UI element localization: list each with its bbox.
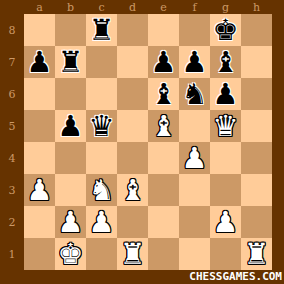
square-d2[interactable]: [117, 206, 148, 238]
white-pawn-a3: ♟: [27, 174, 53, 206]
white-pawn-c2: ♟: [89, 206, 115, 238]
rank-label-6: 6: [0, 78, 24, 110]
square-d5[interactable]: [117, 110, 148, 142]
square-a6[interactable]: [24, 78, 55, 110]
black-bishop-g7: ♝: [213, 46, 239, 78]
white-king-b1: ♚: [58, 238, 84, 270]
white-queen-g5: ♛: [213, 110, 239, 142]
square-e3[interactable]: [148, 174, 179, 206]
square-e4[interactable]: [148, 142, 179, 174]
square-e7[interactable]: ♟: [148, 46, 179, 78]
square-b7[interactable]: ♜: [55, 46, 86, 78]
white-pawn-b2: ♟: [58, 206, 84, 238]
white-knight-c3: ♞: [89, 174, 115, 206]
square-f2[interactable]: [179, 206, 210, 238]
square-f7[interactable]: ♟: [179, 46, 210, 78]
square-e5[interactable]: ♝: [148, 110, 179, 142]
file-label-a: a: [24, 0, 55, 14]
black-king-g8: ♚: [213, 14, 239, 46]
file-label-g: g: [210, 0, 241, 14]
square-f6[interactable]: ♞: [179, 78, 210, 110]
square-g8[interactable]: ♚: [210, 14, 241, 46]
square-g2[interactable]: ♟: [210, 206, 241, 238]
rank-label-3: 3: [0, 174, 24, 206]
square-c5[interactable]: ♛: [86, 110, 117, 142]
rank-label-4: 4: [0, 142, 24, 174]
file-label-f: f: [179, 0, 210, 14]
square-c6[interactable]: [86, 78, 117, 110]
file-label-h: h: [241, 0, 272, 14]
square-h2[interactable]: [241, 206, 272, 238]
square-b2[interactable]: ♟: [55, 206, 86, 238]
black-bishop-e6: ♝: [151, 78, 177, 110]
square-a7[interactable]: ♟: [24, 46, 55, 78]
square-f5[interactable]: [179, 110, 210, 142]
black-queen-c5: ♛: [89, 110, 115, 142]
chess-diagram: abcdefgh 87654321 ♜♚♟♜♟♟♝♝♞♟♟♛♝♛♟♟♞♝♟♟♟♚…: [0, 0, 284, 284]
white-rook-h1: ♜: [244, 238, 270, 270]
square-a4[interactable]: [24, 142, 55, 174]
rank-labels: 87654321: [0, 14, 24, 270]
black-knight-f6: ♞: [182, 78, 208, 110]
file-label-e: e: [148, 0, 179, 14]
square-f4[interactable]: ♟: [179, 142, 210, 174]
square-g6[interactable]: ♟: [210, 78, 241, 110]
square-h8[interactable]: [241, 14, 272, 46]
square-f8[interactable]: [179, 14, 210, 46]
white-bishop-e5: ♝: [151, 110, 177, 142]
chess-board: ♜♚♟♜♟♟♝♝♞♟♟♛♝♛♟♟♞♝♟♟♟♚♜♜: [24, 14, 272, 270]
black-pawn-f7: ♟: [182, 46, 208, 78]
square-a2[interactable]: [24, 206, 55, 238]
square-g1[interactable]: [210, 238, 241, 270]
square-d7[interactable]: [117, 46, 148, 78]
square-d3[interactable]: ♝: [117, 174, 148, 206]
black-rook-c8: ♜: [89, 14, 115, 46]
square-e2[interactable]: [148, 206, 179, 238]
square-g3[interactable]: [210, 174, 241, 206]
file-label-d: d: [117, 0, 148, 14]
white-rook-d1: ♜: [120, 238, 146, 270]
rank-label-7: 7: [0, 46, 24, 78]
square-a8[interactable]: [24, 14, 55, 46]
site-label: CHESSGAMES.COM: [189, 270, 282, 284]
square-g7[interactable]: ♝: [210, 46, 241, 78]
file-label-c: c: [86, 0, 117, 14]
square-f1[interactable]: [179, 238, 210, 270]
square-d1[interactable]: ♜: [117, 238, 148, 270]
square-c1[interactable]: [86, 238, 117, 270]
footer-bar: CHESSGAMES.COM: [0, 270, 284, 284]
square-b6[interactable]: [55, 78, 86, 110]
square-b5[interactable]: ♟: [55, 110, 86, 142]
square-a3[interactable]: ♟: [24, 174, 55, 206]
square-c3[interactable]: ♞: [86, 174, 117, 206]
rank-label-2: 2: [0, 206, 24, 238]
white-pawn-f4: ♟: [182, 142, 208, 174]
square-c8[interactable]: ♜: [86, 14, 117, 46]
rank-label-8: 8: [0, 14, 24, 46]
square-h4[interactable]: [241, 142, 272, 174]
square-h7[interactable]: [241, 46, 272, 78]
square-h6[interactable]: [241, 78, 272, 110]
square-d6[interactable]: [117, 78, 148, 110]
square-a1[interactable]: [24, 238, 55, 270]
square-a5[interactable]: [24, 110, 55, 142]
square-f3[interactable]: [179, 174, 210, 206]
square-g5[interactable]: ♛: [210, 110, 241, 142]
square-d8[interactable]: [117, 14, 148, 46]
black-rook-b7: ♜: [58, 46, 84, 78]
square-c4[interactable]: [86, 142, 117, 174]
file-labels: abcdefgh: [24, 0, 272, 14]
square-g4[interactable]: [210, 142, 241, 174]
square-b4[interactable]: [55, 142, 86, 174]
square-b8[interactable]: [55, 14, 86, 46]
white-bishop-d3: ♝: [120, 174, 146, 206]
square-b1[interactable]: ♚: [55, 238, 86, 270]
black-pawn-b5: ♟: [58, 110, 84, 142]
rank-label-1: 1: [0, 238, 24, 270]
square-e1[interactable]: [148, 238, 179, 270]
black-pawn-a7: ♟: [27, 46, 53, 78]
square-h5[interactable]: [241, 110, 272, 142]
black-pawn-g6: ♟: [213, 78, 239, 110]
square-h1[interactable]: ♜: [241, 238, 272, 270]
square-e6[interactable]: ♝: [148, 78, 179, 110]
square-h3[interactable]: [241, 174, 272, 206]
file-label-b: b: [55, 0, 86, 14]
square-c2[interactable]: ♟: [86, 206, 117, 238]
rank-label-5: 5: [0, 110, 24, 142]
square-b3[interactable]: [55, 174, 86, 206]
square-c7[interactable]: [86, 46, 117, 78]
white-pawn-g2: ♟: [213, 206, 239, 238]
square-d4[interactable]: [117, 142, 148, 174]
black-pawn-e7: ♟: [151, 46, 177, 78]
square-e8[interactable]: [148, 14, 179, 46]
